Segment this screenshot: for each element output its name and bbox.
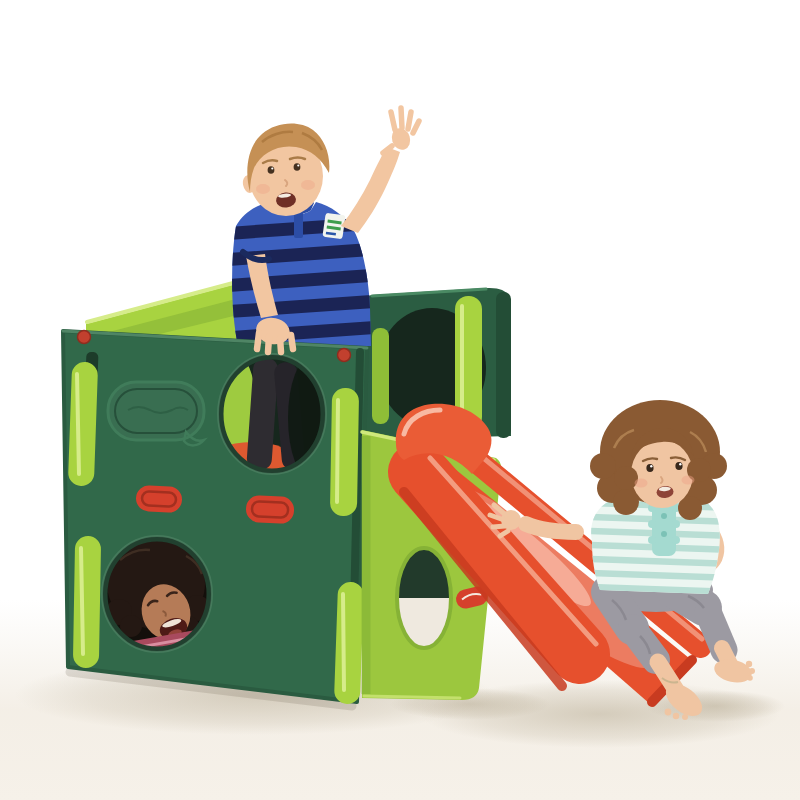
girl-placket	[648, 500, 680, 556]
scene-photo	[0, 0, 800, 800]
embossed-logo	[108, 382, 204, 445]
girl-face	[631, 440, 693, 508]
corner-post	[372, 328, 389, 424]
product-photo	[0, 0, 800, 800]
